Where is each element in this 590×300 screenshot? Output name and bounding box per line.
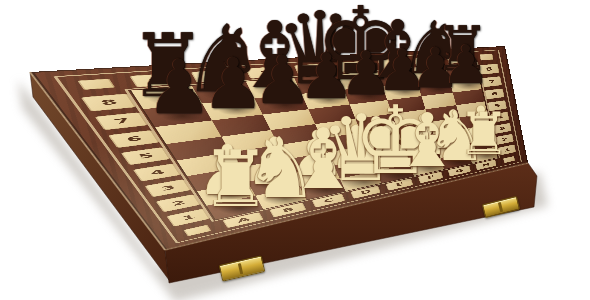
rank-label-left-1-label: 1 <box>181 214 197 222</box>
rank-label-left-5: 5 <box>121 147 171 165</box>
rank-label-left-6: 6 <box>108 130 159 148</box>
border-corner-decor-2 <box>183 225 211 237</box>
rank-label-left-5-label: 5 <box>137 152 155 160</box>
rank-label-left-3-label: 3 <box>160 184 177 192</box>
rank-label-left-8: 8 <box>81 94 136 112</box>
rank-label-left-4-label: 4 <box>149 169 167 177</box>
border-corner-decor-0 <box>77 79 115 90</box>
rank-label-left-6-label: 6 <box>125 135 144 143</box>
rank-label-left-2-label: 2 <box>170 199 186 207</box>
rank-label-left-8-label: 8 <box>99 98 119 106</box>
chess-set-photo: 88AA77BB66CC55DD44EE33FF22GG11HH ♜♞♝♛♚♝♞… <box>0 0 590 300</box>
rank-label-left-3: 3 <box>145 179 191 197</box>
rank-label-left-7-label: 7 <box>112 117 132 125</box>
rank-label-left-4: 4 <box>133 163 181 181</box>
piece-black-pawn-h7[interactable]: ♟ <box>442 39 490 92</box>
piece-white-rook-h1[interactable]: ♜ <box>457 105 509 163</box>
